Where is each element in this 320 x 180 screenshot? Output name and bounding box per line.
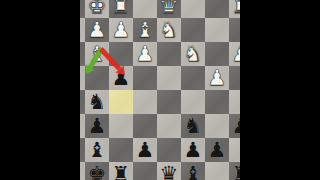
board-square-a3[interactable]: ♟ bbox=[229, 42, 240, 66]
board-square-c6[interactable]: ♞ bbox=[181, 114, 205, 138]
white-pawn-piece[interactable]: ♟ bbox=[112, 18, 131, 42]
board-square-b8[interactable] bbox=[205, 162, 229, 180]
board-square-d8[interactable]: ♛ bbox=[157, 162, 181, 180]
board-square-d3[interactable] bbox=[157, 42, 181, 66]
white-pawn-piece[interactable]: ♟ bbox=[232, 42, 240, 66]
white-knight-piece[interactable]: ♞ bbox=[160, 18, 179, 42]
board-square-e8[interactable] bbox=[133, 162, 157, 180]
board-square-a1[interactable]: ♜ bbox=[229, 0, 240, 18]
board-viewport: ♚♜♛♜♟♟♟♝♞♝♟♞♟♟♟♞♟♟♞♟♝♟♟♟♚♜♛♝♜ bbox=[80, 0, 240, 180]
board-square-b7[interactable]: ♟ bbox=[205, 138, 229, 162]
black-pawn-piece[interactable]: ♟ bbox=[208, 138, 227, 162]
board-square-f7[interactable] bbox=[109, 138, 133, 162]
board-square-e4[interactable] bbox=[133, 66, 157, 90]
board-square-c1[interactable] bbox=[181, 0, 205, 18]
white-queen-piece[interactable]: ♛ bbox=[160, 0, 179, 18]
black-bishop-piece[interactable]: ♝ bbox=[88, 138, 107, 162]
board-square-d5[interactable] bbox=[157, 90, 181, 114]
white-knight-piece[interactable]: ♞ bbox=[184, 42, 203, 66]
board-square-f2[interactable]: ♟ bbox=[109, 18, 133, 42]
board-square-a8[interactable]: ♜ bbox=[229, 162, 240, 180]
board-square-d1[interactable]: ♛ bbox=[157, 0, 181, 18]
board-square-g3[interactable]: ♝ bbox=[85, 42, 109, 66]
board-square-c8[interactable]: ♝ bbox=[181, 162, 205, 180]
board-square-g5[interactable]: ♞ bbox=[85, 90, 109, 114]
black-pawn-piece[interactable]: ♟ bbox=[112, 66, 131, 90]
board-square-b3[interactable] bbox=[205, 42, 229, 66]
board-square-b5[interactable] bbox=[205, 90, 229, 114]
board-square-a6[interactable]: ♟ bbox=[229, 114, 240, 138]
board-square-e1[interactable] bbox=[133, 0, 157, 18]
black-pawn-piece[interactable]: ♟ bbox=[184, 138, 203, 162]
board-square-e3[interactable]: ♟ bbox=[133, 42, 157, 66]
black-knight-piece[interactable]: ♞ bbox=[88, 90, 107, 114]
board-square-c2[interactable] bbox=[181, 18, 205, 42]
white-pawn-piece[interactable]: ♟ bbox=[88, 18, 107, 42]
board-square-b1[interactable] bbox=[205, 0, 229, 18]
black-pawn-piece[interactable]: ♟ bbox=[80, 114, 82, 138]
black-king-piece[interactable]: ♚ bbox=[88, 162, 107, 180]
board-square-a2[interactable] bbox=[229, 18, 240, 42]
board-square-d6[interactable] bbox=[157, 114, 181, 138]
black-pawn-piece[interactable]: ♟ bbox=[88, 114, 107, 138]
board-square-c7[interactable]: ♟ bbox=[181, 138, 205, 162]
white-pawn-piece[interactable]: ♟ bbox=[136, 42, 155, 66]
board-square-f6[interactable] bbox=[109, 114, 133, 138]
board-square-d2[interactable]: ♞ bbox=[157, 18, 181, 42]
board-square-e7[interactable]: ♟ bbox=[133, 138, 157, 162]
board-square-b4[interactable]: ♟ bbox=[205, 66, 229, 90]
board-square-a4[interactable] bbox=[229, 66, 240, 90]
board-square-g8[interactable]: ♚ bbox=[85, 162, 109, 180]
board-square-a7[interactable] bbox=[229, 138, 240, 162]
board-square-g4[interactable] bbox=[85, 66, 109, 90]
white-bishop-piece[interactable]: ♝ bbox=[136, 18, 155, 42]
board-square-e6[interactable] bbox=[133, 114, 157, 138]
black-bishop-piece[interactable]: ♝ bbox=[184, 162, 203, 180]
board-square-a5[interactable] bbox=[229, 90, 240, 114]
black-pawn-piece[interactable]: ♟ bbox=[232, 114, 240, 138]
black-queen-piece[interactable]: ♛ bbox=[160, 162, 179, 180]
black-rook-piece[interactable]: ♜ bbox=[232, 162, 240, 180]
board-square-b6[interactable] bbox=[205, 114, 229, 138]
board-square-f4[interactable]: ♟ bbox=[109, 66, 133, 90]
video-frame: ♚♜♛♜♟♟♟♝♞♝♟♞♟♟♟♞♟♟♞♟♝♟♟♟♚♜♛♝♜ bbox=[0, 0, 320, 180]
board-square-c5[interactable] bbox=[181, 90, 205, 114]
board-square-d7[interactable] bbox=[157, 138, 181, 162]
board-square-b2[interactable] bbox=[205, 18, 229, 42]
board-square-f3[interactable] bbox=[109, 42, 133, 66]
white-pawn-piece[interactable]: ♟ bbox=[208, 66, 227, 90]
white-rook-piece[interactable]: ♜ bbox=[232, 0, 240, 18]
white-rook-piece[interactable]: ♜ bbox=[112, 0, 131, 18]
board-square-e2[interactable]: ♝ bbox=[133, 18, 157, 42]
board-square-g1[interactable]: ♚ bbox=[85, 0, 109, 18]
board-square-c3[interactable]: ♞ bbox=[181, 42, 205, 66]
board-square-g7[interactable]: ♝ bbox=[85, 138, 109, 162]
black-pawn-piece[interactable]: ♟ bbox=[136, 138, 155, 162]
black-rook-piece[interactable]: ♜ bbox=[112, 162, 131, 180]
board-square-d4[interactable] bbox=[157, 66, 181, 90]
board-square-f1[interactable]: ♜ bbox=[109, 0, 133, 18]
highlighted-square-f5[interactable] bbox=[109, 90, 133, 114]
board-square-g6[interactable]: ♟ bbox=[85, 114, 109, 138]
board-square-c4[interactable] bbox=[181, 66, 205, 90]
black-knight-piece[interactable]: ♞ bbox=[184, 114, 203, 138]
board-square-g2[interactable]: ♟ bbox=[85, 18, 109, 42]
white-bishop-piece[interactable]: ♝ bbox=[88, 42, 107, 66]
board-square-f8[interactable]: ♜ bbox=[109, 162, 133, 180]
chess-board[interactable]: ♚♜♛♜♟♟♟♝♞♝♟♞♟♟♟♞♟♟♞♟♝♟♟♟♚♜♛♝♜ bbox=[80, 0, 240, 180]
board-square-e5[interactable] bbox=[133, 90, 157, 114]
white-pawn-piece[interactable]: ♟ bbox=[80, 18, 82, 42]
white-king-piece[interactable]: ♚ bbox=[88, 0, 107, 18]
